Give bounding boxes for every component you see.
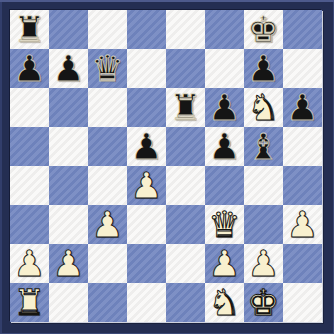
chess-board: ♜♚♟♟♛♟♜♟♞♟♟♟♝♟♟♛♟♟♟♟♟♜♞♚ <box>10 10 322 322</box>
square-b5[interactable] <box>49 127 88 166</box>
white-pawn[interactable]: ♟ <box>127 166 166 205</box>
square-a2[interactable]: ♟ <box>10 244 49 283</box>
square-g2[interactable]: ♟ <box>244 244 283 283</box>
square-h8[interactable] <box>283 10 322 49</box>
black-pawn[interactable]: ♟ <box>10 49 49 88</box>
square-d2[interactable] <box>127 244 166 283</box>
square-a7[interactable]: ♟ <box>10 49 49 88</box>
square-f3[interactable]: ♛ <box>205 205 244 244</box>
black-rook[interactable]: ♜ <box>166 88 205 127</box>
square-b4[interactable] <box>49 166 88 205</box>
square-f6[interactable]: ♟ <box>205 88 244 127</box>
square-e2[interactable] <box>166 244 205 283</box>
square-f8[interactable] <box>205 10 244 49</box>
white-queen[interactable]: ♛ <box>205 205 244 244</box>
black-pawn[interactable]: ♟ <box>283 88 322 127</box>
square-b3[interactable] <box>49 205 88 244</box>
square-d3[interactable] <box>127 205 166 244</box>
square-h2[interactable] <box>283 244 322 283</box>
square-c1[interactable] <box>88 283 127 322</box>
white-rook[interactable]: ♜ <box>10 283 49 322</box>
square-d1[interactable] <box>127 283 166 322</box>
square-d4[interactable]: ♟ <box>127 166 166 205</box>
white-pawn[interactable]: ♟ <box>88 205 127 244</box>
square-g4[interactable] <box>244 166 283 205</box>
square-e6[interactable]: ♜ <box>166 88 205 127</box>
square-b2[interactable]: ♟ <box>49 244 88 283</box>
black-pawn[interactable]: ♟ <box>244 49 283 88</box>
square-c8[interactable] <box>88 10 127 49</box>
square-e8[interactable] <box>166 10 205 49</box>
square-g3[interactable] <box>244 205 283 244</box>
black-rook[interactable]: ♜ <box>10 10 49 49</box>
white-pawn[interactable]: ♟ <box>244 244 283 283</box>
square-h1[interactable] <box>283 283 322 322</box>
white-knight[interactable]: ♞ <box>244 88 283 127</box>
square-g1[interactable]: ♚ <box>244 283 283 322</box>
white-king[interactable]: ♚ <box>244 283 283 322</box>
square-g6[interactable]: ♞ <box>244 88 283 127</box>
black-pawn[interactable]: ♟ <box>127 127 166 166</box>
black-pawn[interactable]: ♟ <box>49 49 88 88</box>
square-e1[interactable] <box>166 283 205 322</box>
square-c4[interactable] <box>88 166 127 205</box>
square-b8[interactable] <box>49 10 88 49</box>
square-a5[interactable] <box>10 127 49 166</box>
white-pawn[interactable]: ♟ <box>49 244 88 283</box>
square-f7[interactable] <box>205 49 244 88</box>
square-h7[interactable] <box>283 49 322 88</box>
square-b1[interactable] <box>49 283 88 322</box>
black-king[interactable]: ♚ <box>244 10 283 49</box>
black-pawn[interactable]: ♟ <box>205 127 244 166</box>
white-knight[interactable]: ♞ <box>205 283 244 322</box>
square-c2[interactable] <box>88 244 127 283</box>
square-d7[interactable] <box>127 49 166 88</box>
square-a3[interactable] <box>10 205 49 244</box>
square-a6[interactable] <box>10 88 49 127</box>
square-g7[interactable]: ♟ <box>244 49 283 88</box>
square-g5[interactable]: ♝ <box>244 127 283 166</box>
black-pawn[interactable]: ♟ <box>205 88 244 127</box>
square-c5[interactable] <box>88 127 127 166</box>
square-c6[interactable] <box>88 88 127 127</box>
square-d6[interactable] <box>127 88 166 127</box>
square-e7[interactable] <box>166 49 205 88</box>
square-f2[interactable]: ♟ <box>205 244 244 283</box>
square-f5[interactable]: ♟ <box>205 127 244 166</box>
white-pawn[interactable]: ♟ <box>205 244 244 283</box>
square-h5[interactable] <box>283 127 322 166</box>
square-c3[interactable]: ♟ <box>88 205 127 244</box>
square-b7[interactable]: ♟ <box>49 49 88 88</box>
square-g8[interactable]: ♚ <box>244 10 283 49</box>
square-a1[interactable]: ♜ <box>10 283 49 322</box>
square-c7[interactable]: ♛ <box>88 49 127 88</box>
square-h3[interactable]: ♟ <box>283 205 322 244</box>
square-a8[interactable]: ♜ <box>10 10 49 49</box>
square-h4[interactable] <box>283 166 322 205</box>
square-a4[interactable] <box>10 166 49 205</box>
square-h6[interactable]: ♟ <box>283 88 322 127</box>
square-e5[interactable] <box>166 127 205 166</box>
square-f1[interactable]: ♞ <box>205 283 244 322</box>
square-d5[interactable]: ♟ <box>127 127 166 166</box>
chess-app-window: ♜♚♟♟♛♟♜♟♞♟♟♟♝♟♟♛♟♟♟♟♟♜♞♚ <box>0 0 334 334</box>
black-queen[interactable]: ♛ <box>88 49 127 88</box>
square-d8[interactable] <box>127 10 166 49</box>
white-pawn[interactable]: ♟ <box>283 205 322 244</box>
square-b6[interactable] <box>49 88 88 127</box>
square-f4[interactable] <box>205 166 244 205</box>
black-bishop[interactable]: ♝ <box>244 127 283 166</box>
white-pawn[interactable]: ♟ <box>10 244 49 283</box>
square-e4[interactable] <box>166 166 205 205</box>
square-e3[interactable] <box>166 205 205 244</box>
